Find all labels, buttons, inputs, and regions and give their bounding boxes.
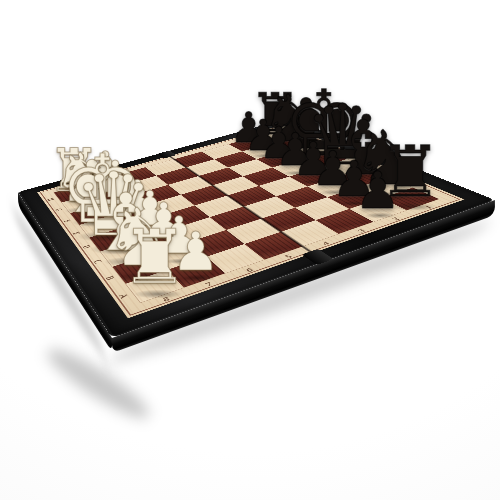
pawn-glyph: ♟ — [355, 161, 401, 220]
pieces-layer: ♜♞♟♝♟♚♟♟♛♟♝♟♟♞♜♟♟♜♞♟♟♝♟♚♟♛♟♝♟♞♟♜ — [0, 0, 500, 500]
chess-set-photo: HGFEDCBA 12345678 ♜♞♟♝♟♚♟♟♛♟♝♟♟♞♜♟♟♜♞♟♟♝… — [0, 0, 500, 500]
rook-glyph: ♜ — [121, 213, 188, 301]
white-rook[interactable]: ♜ — [121, 220, 188, 295]
black-pawn[interactable]: ♟ — [355, 165, 401, 216]
